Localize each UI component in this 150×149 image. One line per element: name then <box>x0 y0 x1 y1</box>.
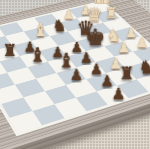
board-3d-scene: ♟♟♚♝♞♛♜♜♟♛♝♟♟♚♞♟♝♟♟♟♟♟♟♟♜♞♟ <box>0 0 150 149</box>
piece-white-king: ♚ <box>90 0 113 12</box>
photo-chess-scene: ♟♟♚♝♞♛♜♜♟♛♝♟♟♚♞♟♝♟♟♟♟♟♟♟♜♞♟ <box>0 0 150 149</box>
piece-black-knight: ♞ <box>132 58 150 76</box>
piece-white-pawn: ♟ <box>129 35 150 49</box>
chess-board: ♟♟♚♝♞♛♜♜♟♛♝♟♟♚♞♟♝♟♟♟♟♟♟♟♜♞♟ <box>0 0 150 149</box>
square-a3 <box>0 84 23 103</box>
square-g3 <box>114 51 143 67</box>
